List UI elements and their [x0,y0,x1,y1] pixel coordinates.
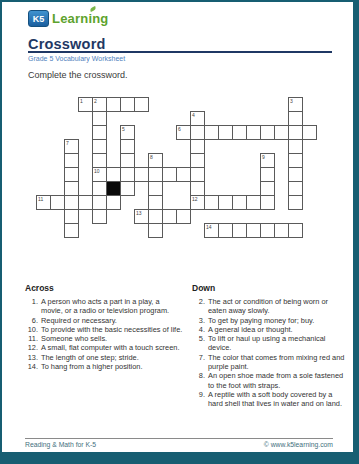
crossword-cell [148,223,163,238]
crossword-cell [64,195,79,210]
crossword-cell [92,195,107,210]
clue-text: A person who acts a part in a play, a mo… [41,297,183,316]
cell-number-4: 4 [192,112,195,118]
down-clues-section: Down 2.The act or condition of being wor… [192,283,348,409]
cell-number-10: 10 [94,168,100,174]
crossword-cell [204,195,219,210]
page-title: Crossword [28,36,106,52]
cell-number-8: 8 [150,154,153,160]
crossword-cell [246,223,261,238]
crossword-cell [218,195,233,210]
crossword-cell [232,223,247,238]
crossword-cell [288,139,303,154]
crossword-cell: 1 [78,97,93,112]
crossword-cell: 3 [288,97,303,112]
crossword-cell: 2 [92,97,107,112]
crossword-cell [232,125,247,140]
crossword-cell [106,195,121,210]
crossword-cell [92,153,107,168]
clue-text: To lift or haul up using a mechanical de… [208,334,348,353]
crossword-cell [232,195,247,210]
clue-number: 4. [192,325,208,334]
clue-across-1: 1.A person who acts a part in a play, a … [25,297,183,316]
clue-down-7: 7.The color that comes from mixing red a… [192,353,348,372]
clue-text: The color that comes from mixing red and… [208,353,348,372]
crossword-cell [260,223,275,238]
clue-text: Required or necessary. [41,316,183,325]
clue-text: Someone who sells. [41,334,183,343]
crossword-cell: 13 [134,209,149,224]
k5-logo-wordmark: Learning [52,11,109,26]
crossword-cell [274,125,289,140]
clue-text: The act or condition of being worn or ea… [208,297,348,316]
crossword-cell [190,125,205,140]
crossword-cell: 9 [260,153,275,168]
crossword-cell [148,167,163,182]
crossword-cell [162,209,177,224]
crossword-cell: 11 [36,195,51,210]
crossword-cell [246,125,261,140]
clue-text: To hang from a higher position. [41,362,183,371]
clue-number: 9. [192,390,208,409]
worksheet-page: K5 Learning Crossword Grade 5 Vocabulary… [2,2,353,452]
crossword-cell [134,97,149,112]
cell-number-14: 14 [206,224,212,230]
crossword-cell [64,223,79,238]
clue-down-9: 9.A reptile with a soft body covered by … [192,390,348,409]
crossword-cell [260,167,275,182]
crossword-cell: 6 [176,125,191,140]
k5-learning-logo: K5 Learning [28,10,109,27]
crossword-cell [106,97,121,112]
footer-right-text: © www.k5learning.com [264,441,333,448]
crossword-cell [92,125,107,140]
cell-number-2: 2 [94,98,97,104]
crossword-cell [120,97,135,112]
screenshot-root: { "game": "crossword", "header": { "logo… [0,0,359,464]
worksheet-subtitle: Grade 5 Vocabulary Worksheet [28,55,125,62]
clue-down-8: 8.An open shoe made from a sole fastened… [192,371,348,390]
clue-text: An open shoe made from a sole fastened t… [208,371,348,390]
crossword-cell [64,181,79,196]
clue-number: 6. [25,316,41,325]
cell-number-6: 6 [178,126,181,132]
crossword-cell [288,223,303,238]
crossword-cell [288,153,303,168]
crossword-cell: 4 [190,111,205,126]
crossword-cell [120,167,135,182]
down-clue-list: 2.The act or condition of being worn or … [192,297,348,409]
crossword-cell [120,139,135,154]
crossword-cell [134,167,149,182]
crossword-cell [92,181,107,196]
clue-text: A reptile with a soft body covered by a … [208,390,348,409]
clue-number: 10. [25,325,41,334]
crossword-cell: 7 [64,139,79,154]
clue-number: 14. [25,362,41,371]
clue-text: To get by paying money for; buy. [208,316,348,325]
crossword-cell [64,167,79,182]
crossword-cell: 10 [92,167,107,182]
across-clues-section: Across 1.A person who acts a part in a p… [25,283,183,371]
clue-text: A general idea or thought. [208,325,348,334]
crossword-cell [120,181,135,196]
crossword-cell: 8 [148,153,163,168]
clue-across-12: 12.A small, flat computer with a touch s… [25,343,183,352]
cell-number-1: 1 [80,98,83,104]
cell-number-9: 9 [262,154,265,160]
crossword-cell [148,195,163,210]
crossword-cell [176,209,191,224]
crossword-cell [92,209,107,224]
across-heading: Across [25,283,183,293]
clue-number: 1. [25,297,41,316]
crossword-cell [302,125,317,140]
instruction-text: Complete the crossword. [28,70,128,80]
crossword-cell [218,125,233,140]
crossword-cell: 14 [204,223,219,238]
crossword-cell [64,209,79,224]
crossword-cell [190,181,205,196]
clue-number: 5. [192,334,208,353]
crossword-cell [288,167,303,182]
cell-number-13: 13 [136,210,142,216]
clue-number: 2. [192,297,208,316]
clue-number: 3. [192,316,208,325]
cell-number-3: 3 [290,98,293,104]
cell-number-11: 11 [38,196,43,202]
clue-number: 11. [25,334,41,343]
crossword-cell [288,181,303,196]
cell-number-7: 7 [66,140,69,146]
crossword-cell [106,167,121,182]
clue-number: 13. [25,353,41,362]
clue-down-2: 2.The act or condition of being worn or … [192,297,348,316]
clue-across-14: 14.To hang from a higher position. [25,362,183,371]
clue-text: The length of one step; stride. [41,353,183,362]
crossword-cell [162,167,177,182]
crossword-cell [64,153,79,168]
clue-number: 12. [25,343,41,352]
clue-across-13: 13.The length of one step; stride. [25,353,183,362]
clue-number: 8. [192,371,208,390]
crossword-cell [288,125,303,140]
crossword-grid: 1234567891011121314 [36,97,317,238]
clue-across-10: 10.To provide with the basic necessities… [25,325,183,334]
down-heading: Down [192,283,348,293]
crossword-cell [204,125,219,140]
clue-text: A small, flat computer with a touch scre… [41,343,183,352]
clue-down-4: 4.A general idea or thought. [192,325,348,334]
k5-logo-badge: K5 [28,10,49,27]
crossword-cell [190,153,205,168]
crossword-cell [260,181,275,196]
across-clue-list: 1.A person who acts a part in a play, a … [25,297,183,371]
crossword-cell [218,223,233,238]
crossword-cell: 12 [190,195,205,210]
clue-text: To provide with the basic necessities of… [41,325,183,334]
crossword-cell: 5 [120,125,135,140]
clue-down-3: 3.To get by paying money for; buy. [192,316,348,325]
crossword-cell [92,111,107,126]
crossword-cell [260,125,275,140]
crossword-cell [148,209,163,224]
crossword-cell [120,153,135,168]
crossword-cell [288,111,303,126]
crossword-cell [246,195,261,210]
cell-number-5: 5 [122,126,125,132]
blocked-cell [106,181,121,196]
crossword-cell [190,167,205,182]
crossword-cell [190,139,205,154]
crossword-cell [274,223,289,238]
clue-across-6: 6.Required or necessary. [25,316,183,325]
footer-left-text: Reading & Math for K-5 [25,441,96,448]
crossword-cell [288,195,303,210]
crossword-cell [260,195,275,210]
crossword-cell [176,167,191,182]
cell-number-12: 12 [192,196,198,202]
title-underline [28,51,332,53]
clue-number: 7. [192,353,208,372]
footer-divider [25,438,333,439]
clue-across-11: 11.Someone who sells. [25,334,183,343]
crossword-cell [92,139,107,154]
crossword-cell [50,195,65,210]
clue-down-5: 5.To lift or haul up using a mechanical … [192,334,348,353]
crossword-cell [148,181,163,196]
crossword-cell [78,195,93,210]
